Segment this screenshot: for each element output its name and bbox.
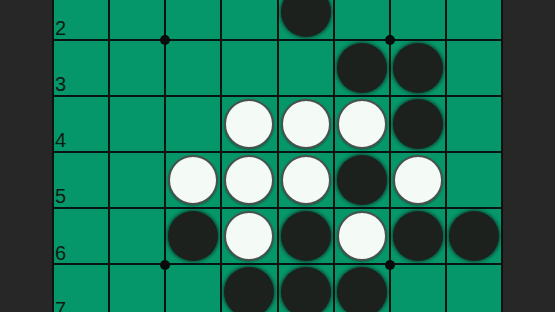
black-disc-e6 — [281, 211, 331, 261]
square-c3[interactable] — [166, 41, 220, 95]
rank-label-2: 2 — [55, 18, 66, 38]
square-b5[interactable] — [110, 153, 164, 207]
square-c4[interactable] — [166, 97, 220, 151]
square-h2[interactable] — [447, 0, 501, 39]
square-f3[interactable] — [335, 41, 389, 95]
square-d2[interactable] — [222, 0, 276, 39]
black-disc-e2 — [281, 0, 331, 37]
square-h7[interactable] — [447, 265, 501, 312]
black-disc-d7 — [224, 267, 274, 312]
square-e4[interactable] — [279, 97, 333, 151]
star-point-icon — [160, 35, 170, 45]
white-disc-g5 — [393, 155, 443, 205]
white-disc-c5 — [168, 155, 218, 205]
square-g2[interactable] — [391, 0, 445, 39]
square-h3[interactable] — [447, 41, 501, 95]
othello-board: 234567 — [52, 0, 503, 312]
square-d3[interactable] — [222, 41, 276, 95]
square-b3[interactable] — [110, 41, 164, 95]
square-d5[interactable] — [222, 153, 276, 207]
square-f2[interactable] — [335, 0, 389, 39]
star-point-icon — [385, 260, 395, 270]
square-g3[interactable] — [391, 41, 445, 95]
star-point-icon — [160, 260, 170, 270]
square-d6[interactable] — [222, 209, 276, 263]
black-disc-g3 — [393, 43, 443, 93]
black-disc-f5 — [337, 155, 387, 205]
square-g7[interactable] — [391, 265, 445, 312]
rank-label-5: 5 — [55, 186, 66, 206]
white-disc-e5 — [281, 155, 331, 205]
square-b4[interactable] — [110, 97, 164, 151]
star-point-icon — [385, 35, 395, 45]
square-f6[interactable] — [335, 209, 389, 263]
square-e7[interactable] — [279, 265, 333, 312]
screenshot-viewport: 234567 — [0, 0, 555, 312]
square-d4[interactable] — [222, 97, 276, 151]
black-disc-e7 — [281, 267, 331, 312]
square-h4[interactable] — [447, 97, 501, 151]
rank-label-4: 4 — [55, 130, 66, 150]
square-e3[interactable] — [279, 41, 333, 95]
square-c2[interactable] — [166, 0, 220, 39]
black-disc-g6 — [393, 211, 443, 261]
black-disc-f7 — [337, 267, 387, 312]
square-g4[interactable] — [391, 97, 445, 151]
square-e2[interactable] — [279, 0, 333, 39]
square-e6[interactable] — [279, 209, 333, 263]
square-f7[interactable] — [335, 265, 389, 312]
square-c5[interactable] — [166, 153, 220, 207]
square-f4[interactable] — [335, 97, 389, 151]
white-disc-d6 — [224, 211, 274, 261]
square-b2[interactable] — [110, 0, 164, 39]
square-c7[interactable] — [166, 265, 220, 312]
black-disc-f3 — [337, 43, 387, 93]
square-g5[interactable] — [391, 153, 445, 207]
square-d7[interactable] — [222, 265, 276, 312]
square-h6[interactable] — [447, 209, 501, 263]
white-disc-d5 — [224, 155, 274, 205]
rank-label-3: 3 — [55, 74, 66, 94]
rank-label-7: 7 — [55, 299, 66, 312]
black-disc-g4 — [393, 99, 443, 149]
square-e5[interactable] — [279, 153, 333, 207]
white-disc-f4 — [337, 99, 387, 149]
black-disc-h6 — [449, 211, 499, 261]
square-g6[interactable] — [391, 209, 445, 263]
black-disc-c6 — [168, 211, 218, 261]
square-f5[interactable] — [335, 153, 389, 207]
square-h5[interactable] — [447, 153, 501, 207]
square-b6[interactable] — [110, 209, 164, 263]
white-disc-e4 — [281, 99, 331, 149]
white-disc-d4 — [224, 99, 274, 149]
square-c6[interactable] — [166, 209, 220, 263]
square-b7[interactable] — [110, 265, 164, 312]
white-disc-f6 — [337, 211, 387, 261]
rank-label-6: 6 — [55, 243, 66, 263]
